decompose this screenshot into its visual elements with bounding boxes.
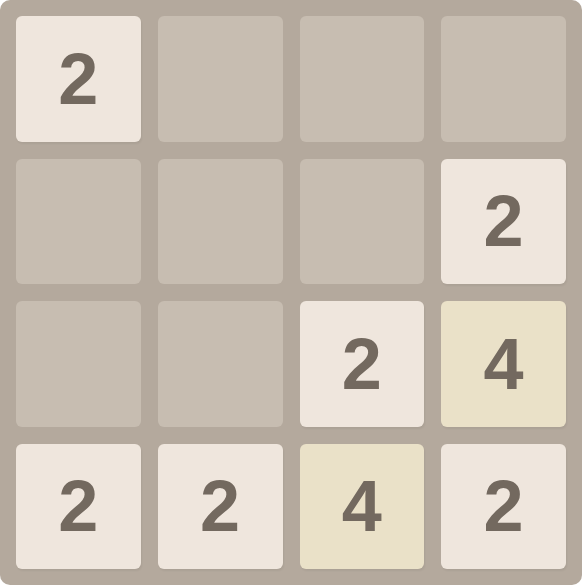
cell-empty <box>300 159 425 285</box>
tile-2: 2 <box>16 16 141 142</box>
cell-empty <box>158 159 283 285</box>
tile-4: 4 <box>441 301 566 427</box>
board-grid[interactable]: 22242242 <box>0 0 582 585</box>
tile-4: 4 <box>300 444 425 570</box>
cell-empty <box>158 301 283 427</box>
page: 22242242 <box>0 0 582 585</box>
cell-empty <box>441 16 566 142</box>
tile-2: 2 <box>441 159 566 285</box>
cell-empty <box>158 16 283 142</box>
cell-empty <box>16 301 141 427</box>
tile-2: 2 <box>300 301 425 427</box>
tile-2: 2 <box>16 444 141 570</box>
cell-empty <box>16 159 141 285</box>
tile-2: 2 <box>441 444 566 570</box>
tile-2: 2 <box>158 444 283 570</box>
cell-empty <box>300 16 425 142</box>
